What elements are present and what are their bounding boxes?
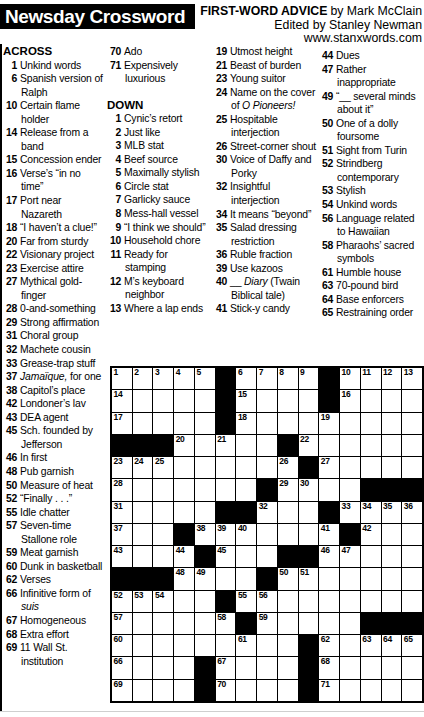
cell-number: 8 xyxy=(279,368,283,378)
grid-cell-r1c15[interactable]: 13 xyxy=(402,368,422,389)
grid-cell-r10c5[interactable]: 49 xyxy=(195,568,215,589)
grid-cell-r15c6[interactable]: 70 xyxy=(216,680,236,701)
grid-cell-r4c13[interactable] xyxy=(361,435,381,456)
grid-cell-r9c14[interactable] xyxy=(382,546,402,567)
grid-cell-r14c4[interactable] xyxy=(174,657,194,678)
grid-cell-r13c8[interactable] xyxy=(257,635,277,656)
cell-number: 24 xyxy=(134,457,143,467)
clue-item-down-49: 49“__ several minds about it” xyxy=(319,90,422,117)
grid-cell-r3c3[interactable] xyxy=(153,413,173,434)
cell-number: 20 xyxy=(176,435,185,445)
grid-cell-r3c7[interactable]: 18 xyxy=(236,413,256,434)
grid-cell-r2c3[interactable] xyxy=(153,390,173,411)
grid-cell-r11c13[interactable] xyxy=(361,591,381,612)
grid-cell-r5c14[interactable] xyxy=(382,457,402,478)
grid-cell-r11c2[interactable]: 53 xyxy=(133,591,153,612)
clue-text: Language related to Hawaiian xyxy=(336,213,415,238)
grid-cell-r1c9[interactable]: 8 xyxy=(278,368,298,389)
clue-text: It means “beyond” xyxy=(230,209,311,220)
clue-text: Dues xyxy=(336,50,360,61)
grid-cell-r6c3[interactable] xyxy=(153,479,173,500)
grid-cell-r7c12[interactable]: 33 xyxy=(340,502,360,523)
grid-cell-r9c12[interactable]: 47 xyxy=(340,546,360,567)
grid-cell-r6c4[interactable] xyxy=(174,479,194,500)
cell-number: 6 xyxy=(238,368,242,378)
grid-cell-r11c15[interactable] xyxy=(402,591,422,612)
grid-cell-r1c13[interactable]: 11 xyxy=(361,368,381,389)
grid-cell-r14c7[interactable] xyxy=(236,657,256,678)
clue-number: 70 xyxy=(107,45,121,59)
grid-cell-r2c8[interactable] xyxy=(257,390,277,411)
grid-cell-r8c1[interactable]: 37 xyxy=(112,524,132,545)
grid-cell-r4c4[interactable]: 20 xyxy=(174,435,194,456)
clue-text: Infinitive form of suis xyxy=(20,588,91,613)
grid-cell-r7c2[interactable] xyxy=(133,502,153,523)
grid-cell-r6c12[interactable] xyxy=(340,479,360,500)
clue-number: 30 xyxy=(213,153,227,167)
grid-cell-r8c13[interactable]: 42 xyxy=(361,524,381,545)
clue-text: Certain flame holder xyxy=(20,100,80,125)
grid-cell-r10c4[interactable]: 48 xyxy=(174,568,194,589)
grid-cell-r11c10[interactable] xyxy=(299,591,319,612)
grid-cell-r15c3[interactable] xyxy=(153,680,173,701)
grid-cell-r11c12[interactable] xyxy=(340,591,360,612)
grid-cell-r10c11[interactable] xyxy=(319,568,339,589)
grid-cell-r3c15[interactable] xyxy=(402,413,422,434)
grid-cell-r4c10[interactable]: 22 xyxy=(299,435,319,456)
clue-item-down-34: 34It means “beyond” xyxy=(213,208,317,222)
grid-cell-r8c5[interactable]: 38 xyxy=(195,524,215,545)
clue-number: 44 xyxy=(319,49,333,63)
clue-item-down-3: 3MLB stat xyxy=(107,139,209,153)
clue-text: Machete cousin xyxy=(20,344,91,355)
grid-cell-r2c1[interactable]: 14 xyxy=(112,390,132,411)
grid-cell-r8c11[interactable]: 41 xyxy=(319,524,339,545)
grid-cell-r2c2[interactable] xyxy=(133,390,153,411)
black-cell-r4c9 xyxy=(278,435,298,456)
grid-cell-r10c10[interactable]: 51 xyxy=(299,568,319,589)
clue-text: Household chore xyxy=(124,235,200,246)
clue-text: Salad dressing restriction xyxy=(230,222,297,247)
clue-number: 60 xyxy=(3,560,17,574)
grid-cell-r13c5[interactable] xyxy=(195,635,215,656)
clue-number: 10 xyxy=(3,99,17,113)
grid-cell-r7c9[interactable] xyxy=(278,502,298,523)
clue-number: 59 xyxy=(3,546,17,560)
grid-cell-r1c3[interactable]: 3 xyxy=(153,368,173,389)
clue-number: 36 xyxy=(213,248,227,262)
clue-text: Young suitor xyxy=(230,73,286,84)
grid-cell-r15c11[interactable]: 71 xyxy=(319,680,339,701)
grid-cell-r13c6[interactable] xyxy=(216,635,236,656)
grid-cell-r10c7[interactable] xyxy=(236,568,256,589)
grid-cell-r14c6[interactable]: 67 xyxy=(216,657,236,678)
grid-cell-r8c14[interactable] xyxy=(382,524,402,545)
clue-text: Garlicky sauce xyxy=(124,194,190,205)
grid-cell-r7c10[interactable] xyxy=(299,502,319,523)
grid-cell-r2c5[interactable] xyxy=(195,390,215,411)
clue-number: 53 xyxy=(319,184,333,198)
grid-cell-r15c1[interactable]: 69 xyxy=(112,680,132,701)
grid-cell-r12c3[interactable] xyxy=(153,613,173,634)
grid-cell-r8c15[interactable] xyxy=(402,524,422,545)
grid-cell-r7c4[interactable] xyxy=(174,502,194,523)
cell-number: 50 xyxy=(279,568,288,578)
grid-cell-r15c7[interactable] xyxy=(236,680,256,701)
grid-cell-r10c13[interactable] xyxy=(361,568,381,589)
grid-cell-r5c9[interactable]: 26 xyxy=(278,457,298,478)
black-cell-r1c6 xyxy=(216,368,236,389)
cell-number: 41 xyxy=(321,524,330,534)
clue-item-down-8: 8Mess-hall vessel xyxy=(107,207,209,221)
cell-number: 55 xyxy=(238,591,247,601)
black-cell-r6c13 xyxy=(361,479,381,500)
grid-cell-r14c2[interactable] xyxy=(133,657,153,678)
clue-number: 56 xyxy=(319,212,333,226)
grid-cell-r10c14[interactable] xyxy=(382,568,402,589)
grid-cell-r4c6[interactable]: 21 xyxy=(216,435,236,456)
grid-cell-r9c8[interactable] xyxy=(257,546,277,567)
grid-cell-r13c4[interactable] xyxy=(174,635,194,656)
grid-cell-r9c15[interactable] xyxy=(402,546,422,567)
grid-cell-r6c9[interactable]: 29 xyxy=(278,479,298,500)
grid-cell-r2c7[interactable]: 15 xyxy=(236,390,256,411)
grid-cell-r7c15[interactable]: 36 xyxy=(402,502,422,523)
black-cell-r7c6 xyxy=(216,502,236,523)
grid-cell-r12c5[interactable] xyxy=(195,613,215,634)
grid-cell-r2c12[interactable]: 16 xyxy=(340,390,360,411)
grid-cell-r10c6[interactable] xyxy=(216,568,236,589)
grid-cell-r2c13[interactable] xyxy=(361,390,381,411)
grid-cell-r7c14[interactable]: 35 xyxy=(382,502,402,523)
grid-cell-r11c14[interactable] xyxy=(382,591,402,612)
grid-cell-r5c3[interactable]: 25 xyxy=(153,457,173,478)
grid-cell-r12c1[interactable]: 57 xyxy=(112,613,132,634)
grid-cell-r8c9[interactable] xyxy=(278,524,298,545)
grid-cell-r13c13[interactable]: 63 xyxy=(361,635,381,656)
grid-cell-r13c9[interactable] xyxy=(278,635,298,656)
grid-cell-r15c15[interactable] xyxy=(402,680,422,701)
black-cell-r12c7 xyxy=(236,613,256,634)
grid-cell-r12c8[interactable]: 59 xyxy=(257,613,277,634)
clue-item-down-54: 54Unkind words xyxy=(319,198,422,212)
page: Newsday Crossword FIRST-WORD ADVICEby Ma… xyxy=(0,0,424,717)
grid-cell-r15c13[interactable] xyxy=(361,680,381,701)
grid-cell-r10c12[interactable] xyxy=(340,568,360,589)
cell-number: 53 xyxy=(134,591,143,601)
grid-cell-r12c12[interactable] xyxy=(340,613,360,634)
grid-cell-r9c3[interactable] xyxy=(153,546,173,567)
grid-cell-r14c13[interactable] xyxy=(361,657,381,678)
black-cell-r6c8 xyxy=(257,479,277,500)
grid-cell-r5c12[interactable] xyxy=(340,457,360,478)
black-cell-r8c4 xyxy=(174,524,194,545)
clue-text: Street-corner shout xyxy=(230,141,316,152)
grid-cell-r10c15[interactable] xyxy=(402,568,422,589)
grid-cell-r11c3[interactable]: 54 xyxy=(153,591,173,612)
grid-cell-r5c5[interactable] xyxy=(195,457,215,478)
grid-cell-r7c3[interactable] xyxy=(153,502,173,523)
clue-text: __ Diary (Twain Biblical tale) xyxy=(230,276,300,301)
grid-cell-r9c2[interactable] xyxy=(133,546,153,567)
black-cell-r4c2 xyxy=(133,435,153,456)
cell-number: 19 xyxy=(321,413,330,423)
grid-cell-r14c8[interactable] xyxy=(257,657,277,678)
grid-cell-r11c1[interactable]: 52 xyxy=(112,591,132,612)
grid-cell-r4c12[interactable] xyxy=(340,435,360,456)
grid-cell-r12c11[interactable] xyxy=(319,613,339,634)
clue-item-across-45: 45Sch. founded by Jefferson xyxy=(3,424,104,451)
grid-cell-r2c14[interactable] xyxy=(382,390,402,411)
grid-cell-r5c6[interactable] xyxy=(216,457,236,478)
grid-cell-r5c11[interactable]: 27 xyxy=(319,457,339,478)
grid-cell-r9c11[interactable]: 46 xyxy=(319,546,339,567)
grid-cell-r13c3[interactable] xyxy=(153,635,173,656)
grid-cell-r13c1[interactable]: 60 xyxy=(112,635,132,656)
grid-cell-r3c14[interactable] xyxy=(382,413,402,434)
grid-cell-r4c11[interactable] xyxy=(319,435,339,456)
clue-number: 11 xyxy=(107,248,121,262)
cell-number: 25 xyxy=(155,457,164,467)
grid-cell-r4c5[interactable] xyxy=(195,435,215,456)
grid-cell-r3c13[interactable] xyxy=(361,413,381,434)
grid-cell-r11c7[interactable]: 55 xyxy=(236,591,256,612)
clue-text: Strong affirmation xyxy=(20,317,99,328)
clue-number: 35 xyxy=(213,221,227,235)
grid-cell-r8c2[interactable] xyxy=(133,524,153,545)
clue-item-across-50: 50Measure of heat xyxy=(3,479,104,493)
grid-cell-r3c2[interactable] xyxy=(133,413,153,434)
grid-cell-r11c11[interactable] xyxy=(319,591,339,612)
website-link[interactable]: www.stanxwords.com xyxy=(200,32,422,46)
grid-cell-r5c4[interactable] xyxy=(174,457,194,478)
clue-number: 26 xyxy=(213,140,227,154)
grid-cell-r8c10[interactable] xyxy=(299,524,319,545)
grid-cell-r1c2[interactable]: 2 xyxy=(133,368,153,389)
editor-credit: Edited by Stanley Newman xyxy=(200,19,422,33)
grid-cell-r9c6[interactable]: 45 xyxy=(216,546,236,567)
grid-cell-r14c3[interactable] xyxy=(153,657,173,678)
clue-text: Maximally stylish xyxy=(124,167,199,178)
grid-cell-r2c15[interactable] xyxy=(402,390,422,411)
grid-cell-r12c9[interactable] xyxy=(278,613,298,634)
black-cell-r2c6 xyxy=(216,390,236,411)
grid-cell-r6c2[interactable] xyxy=(133,479,153,500)
clue-text: “I think we should” xyxy=(124,222,205,233)
grid-cell-r5c1[interactable]: 23 xyxy=(112,457,132,478)
clue-number: 50 xyxy=(319,117,333,131)
grid-cell-r12c10[interactable] xyxy=(299,613,319,634)
clue-item-down-64: 64Base enforcers xyxy=(319,293,422,307)
grid-cell-r4c8[interactable] xyxy=(257,435,277,456)
cell-number: 60 xyxy=(114,635,123,645)
grid-cell-r7c13[interactable]: 34 xyxy=(361,502,381,523)
grid-cell-r12c6[interactable]: 58 xyxy=(216,613,236,634)
clue-number: 47 xyxy=(319,63,333,77)
black-cell-r8c12 xyxy=(340,524,360,545)
grid-cell-r2c9[interactable] xyxy=(278,390,298,411)
clue-number: 15 xyxy=(3,153,17,167)
grid-cell-r10c9[interactable]: 50 xyxy=(278,568,298,589)
cell-number: 44 xyxy=(176,546,185,556)
grid-cell-r4c14[interactable] xyxy=(382,435,402,456)
clue-number: 8 xyxy=(107,207,121,221)
grid-cell-r11c4[interactable] xyxy=(174,591,194,612)
grid-cell-r13c12[interactable] xyxy=(340,635,360,656)
grid-cell-r2c4[interactable] xyxy=(174,390,194,411)
grid-cell-r14c14[interactable] xyxy=(382,657,402,678)
grid-cell-r15c9[interactable] xyxy=(278,680,298,701)
grid-cell-r3c5[interactable] xyxy=(195,413,215,434)
grid-cell-r8c8[interactable] xyxy=(257,524,277,545)
grid-cell-r15c4[interactable] xyxy=(174,680,194,701)
clue-text: Jamaïque, for one xyxy=(20,371,101,382)
cell-number: 70 xyxy=(217,680,226,690)
grid-cell-r1c14[interactable]: 12 xyxy=(382,368,402,389)
grid-cell-r1c4[interactable]: 4 xyxy=(174,368,194,389)
clue-number: 43 xyxy=(3,411,17,425)
grid-cell-r1c1[interactable]: 1 xyxy=(112,368,132,389)
grid-cell-r2c10[interactable] xyxy=(299,390,319,411)
clue-item-down-4: 4Beef source xyxy=(107,153,209,167)
grid-cell-r11c8[interactable]: 56 xyxy=(257,591,277,612)
clue-item-down-23: 23Young suitor xyxy=(213,72,317,86)
grid-cell-r6c10[interactable]: 30 xyxy=(299,479,319,500)
grid-cell-r11c5[interactable] xyxy=(195,591,215,612)
cell-number: 29 xyxy=(279,479,288,489)
grid-cell-r11c9[interactable] xyxy=(278,591,298,612)
grid-cell-r13c2[interactable] xyxy=(133,635,153,656)
grid-cell-r14c9[interactable] xyxy=(278,657,298,678)
grid-cell-r3c8[interactable] xyxy=(257,413,277,434)
clue-text: Londoner’s lav xyxy=(20,398,86,409)
clue-item-across-20: 20Far from sturdy xyxy=(3,235,104,249)
cell-number: 47 xyxy=(342,546,351,556)
grid-cell-r3c11[interactable]: 19 xyxy=(319,413,339,434)
clue-text: “Finally . . .” xyxy=(20,493,72,504)
grid-cell-r6c7[interactable] xyxy=(236,479,256,500)
clue-item-down-58: 58Pharaohs’ sacred symbols xyxy=(319,239,422,266)
grid-cell-r4c15[interactable] xyxy=(402,435,422,456)
cell-number: 15 xyxy=(238,390,247,400)
grid-cell-r6c11[interactable] xyxy=(319,479,339,500)
grid-cell-r1c7[interactable]: 6 xyxy=(236,368,256,389)
black-cell-r11c6 xyxy=(216,591,236,612)
grid-cell-r4c7[interactable] xyxy=(236,435,256,456)
clue-text: Verses xyxy=(20,574,51,585)
clue-number: 40 xyxy=(213,275,227,289)
grid-cell-r5c15[interactable] xyxy=(402,457,422,478)
cell-number: 51 xyxy=(300,568,309,578)
grid-cell-r8c3[interactable] xyxy=(153,524,173,545)
clue-text: Restraining order xyxy=(336,307,413,318)
grid-cell-r1c8[interactable]: 7 xyxy=(257,368,277,389)
clue-text: Where a lap ends xyxy=(124,303,203,314)
cell-number: 18 xyxy=(238,413,247,423)
grid-cell-r8c6[interactable]: 39 xyxy=(216,524,236,545)
cell-number: 49 xyxy=(196,568,205,578)
grid-cell-r9c13[interactable] xyxy=(361,546,381,567)
grid-cell-r6c6[interactable] xyxy=(216,479,236,500)
grid-cell-r1c12[interactable]: 10 xyxy=(340,368,360,389)
cell-number: 39 xyxy=(217,524,226,534)
grid-cell-r15c8[interactable] xyxy=(257,680,277,701)
clue-item-across-38: 38Capitol’s place xyxy=(3,384,104,398)
grid-cell-r9c1[interactable]: 43 xyxy=(112,546,132,567)
clue-text: Sch. founded by Jefferson xyxy=(20,425,93,450)
clue-number: 12 xyxy=(107,275,121,289)
clue-number: 25 xyxy=(213,113,227,127)
grid-cell-r7c8[interactable]: 32 xyxy=(257,502,277,523)
clue-number: 21 xyxy=(213,59,227,73)
grid-cell-r14c11[interactable]: 68 xyxy=(319,657,339,678)
grid-cell-r13c14[interactable]: 64 xyxy=(382,635,402,656)
clue-text: Capitol’s place xyxy=(20,385,85,396)
grid-cell-r6c1[interactable]: 28 xyxy=(112,479,132,500)
grid-cell-r3c1[interactable]: 17 xyxy=(112,413,132,434)
grid-cell-r15c14[interactable] xyxy=(382,680,402,701)
grid-cell-r13c11[interactable]: 62 xyxy=(319,635,339,656)
clue-text: Beast of burden xyxy=(230,60,301,71)
clue-number: 41 xyxy=(213,302,227,316)
clue-text: Mess-hall vessel xyxy=(124,208,198,219)
grid-cell-r5c13[interactable] xyxy=(361,457,381,478)
black-cell-r10c1 xyxy=(112,568,132,589)
grid-cell-r14c1[interactable]: 66 xyxy=(112,657,132,678)
grid-cell-r5c2[interactable]: 24 xyxy=(133,457,153,478)
grid-cell-r8c7[interactable]: 40 xyxy=(236,524,256,545)
grid-cell-r1c10[interactable]: 9 xyxy=(299,368,319,389)
grid-cell-r12c4[interactable] xyxy=(174,613,194,634)
clue-text: 11 Wall St. institution xyxy=(20,642,67,667)
grid-cell-r14c15[interactable] xyxy=(402,657,422,678)
clue-text: Visionary project xyxy=(20,249,94,260)
grid-cell-r3c4[interactable] xyxy=(174,413,194,434)
clue-item-across-37: 37Jamaïque, for one xyxy=(3,370,104,384)
grid-cell-r6c5[interactable] xyxy=(195,479,215,500)
clue-item-across-29: 29Strong affirmation xyxy=(3,316,104,330)
clue-number: 1 xyxy=(3,59,17,73)
grid-cell-r12c2[interactable] xyxy=(133,613,153,634)
grid-cell-r15c2[interactable] xyxy=(133,680,153,701)
grid-cell-r3c10[interactable] xyxy=(299,413,319,434)
grid-cell-r13c15[interactable]: 65 xyxy=(402,635,422,656)
cell-number: 10 xyxy=(342,368,351,378)
grid-cell-r5c7[interactable] xyxy=(236,457,256,478)
clue-text: Mythical gold-finger xyxy=(20,276,82,301)
clue-number: 9 xyxy=(107,221,121,235)
grid-cell-r15c12[interactable] xyxy=(340,680,360,701)
grid-cell-r1c5[interactable]: 5 xyxy=(195,368,215,389)
black-cell-r4c1 xyxy=(112,435,132,456)
clue-number: 19 xyxy=(213,45,227,59)
grid-cell-r3c12[interactable] xyxy=(340,413,360,434)
grid-cell-r5c8[interactable] xyxy=(257,457,277,478)
grid-cell-r7c5[interactable] xyxy=(195,502,215,523)
grid-cell-r9c7[interactable] xyxy=(236,546,256,567)
grid-cell-r9c4[interactable]: 44 xyxy=(174,546,194,567)
clue-text: M’s keyboard neighbor xyxy=(124,276,184,301)
clue-number: 49 xyxy=(319,90,333,104)
cell-number: 35 xyxy=(383,502,392,512)
grid-cell-r13c7[interactable]: 61 xyxy=(236,635,256,656)
clue-number: 52 xyxy=(319,157,333,171)
grid-cell-r7c1[interactable]: 31 xyxy=(112,502,132,523)
grid-cell-r14c12[interactable] xyxy=(340,657,360,678)
clue-item-down-25: 25Hospitable interjection xyxy=(213,113,317,140)
cell-number: 14 xyxy=(114,390,123,400)
grid-cell-r3c9[interactable] xyxy=(278,413,298,434)
